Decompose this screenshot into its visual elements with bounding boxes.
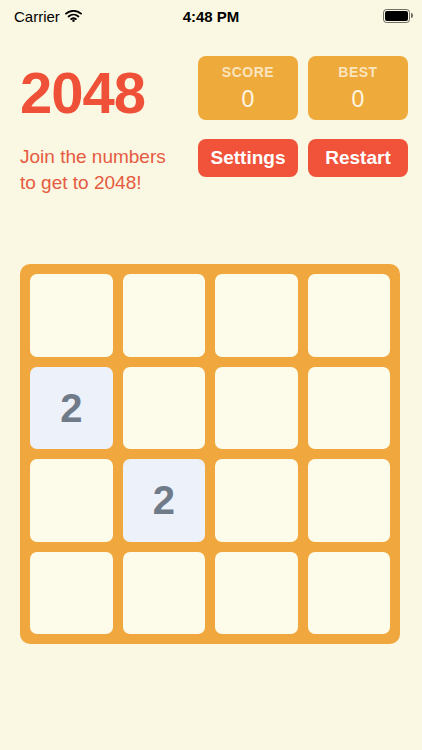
score-label: SCORE	[222, 64, 274, 80]
empty-cell	[123, 367, 206, 450]
empty-cell	[123, 274, 206, 357]
empty-cell	[308, 552, 391, 635]
empty-cell	[215, 552, 298, 635]
battery-cap	[411, 13, 413, 18]
wifi-icon	[65, 10, 82, 22]
subtitle-line-1: Join the numbers	[20, 144, 166, 170]
best-label: BEST	[338, 64, 377, 80]
empty-cell	[215, 274, 298, 357]
battery-fill	[385, 11, 408, 21]
board-grid[interactable]: 22	[20, 264, 400, 644]
empty-cell	[30, 274, 113, 357]
empty-cell	[308, 367, 391, 450]
empty-cell	[308, 459, 391, 542]
score-box: SCORE 0	[198, 56, 298, 120]
empty-cell	[215, 367, 298, 450]
empty-cell	[215, 459, 298, 542]
status-bar: Carrier 4:48 PM	[0, 0, 422, 32]
score-value: 0	[242, 86, 255, 113]
restart-button[interactable]: Restart	[308, 139, 408, 177]
empty-cell	[123, 552, 206, 635]
subtitle-line-2: to get to 2048!	[20, 170, 166, 196]
tile-2: 2	[30, 367, 113, 450]
tile-value: 2	[60, 388, 82, 428]
empty-cell	[308, 274, 391, 357]
page-title: 2048	[20, 64, 166, 122]
empty-cell	[30, 552, 113, 635]
tile-value: 2	[153, 480, 175, 520]
best-box: BEST 0	[308, 56, 408, 120]
carrier-label: Carrier	[14, 8, 60, 25]
carrier-area: Carrier	[14, 8, 82, 25]
best-value: 0	[352, 86, 365, 113]
battery-icon	[383, 9, 410, 23]
subtitle: Join the numbers to get to 2048!	[20, 144, 166, 196]
settings-button[interactable]: Settings	[198, 139, 298, 177]
tile-2: 2	[123, 459, 206, 542]
header: 2048 Join the numbers to get to 2048! SC…	[20, 56, 408, 196]
empty-cell	[30, 459, 113, 542]
